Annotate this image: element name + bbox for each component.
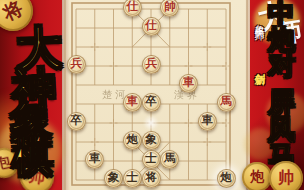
deco-piece-pao: 炮 — [242, 162, 272, 190]
last-move-marker — [143, 115, 159, 131]
piece-black-chariot[interactable]: 車 — [198, 112, 217, 131]
xiangqi-board[interactable]: 楚河 漢界 仕帥仕兵兵車車卒馬卒車炮象車士馬象士将炮 — [62, 0, 252, 190]
piece-black-advisor[interactable]: 士 — [142, 150, 161, 169]
right-banner: 大 师 象棋大师 创新 中 炮 对 屏 风 马 炮 帅 — [250, 0, 304, 190]
piece-black-cannon[interactable]: 炮 — [217, 169, 236, 188]
piece-black-horse[interactable]: 馬 — [160, 150, 179, 169]
piece-black-general[interactable]: 将 — [142, 169, 161, 188]
piece-red-advisor[interactable]: 仕 — [142, 17, 161, 36]
piece-black-elephant[interactable]: 象 — [142, 131, 161, 150]
left-title: 大 神 象 棋 — [0, 0, 62, 190]
right-title-char-5: 风 — [268, 116, 295, 143]
piece-red-advisor[interactable]: 仕 — [123, 0, 142, 17]
piece-black-soldier[interactable]: 卒 — [142, 93, 161, 112]
video-thumbnail: 楚河 漢界 仕帥仕兵兵車車卒馬卒車炮象車士馬象士将炮 将 包 帅 大 神 象 棋… — [0, 0, 304, 190]
piece-red-soldier[interactable]: 兵 — [67, 55, 86, 74]
piece-red-soldier[interactable]: 兵 — [142, 55, 161, 74]
left-title-char-4: 棋 — [12, 137, 54, 179]
right-title-char-4: 屏 — [268, 89, 295, 116]
left-banner: 将 包 帅 大 神 象 棋 — [0, 0, 62, 190]
piece-black-cannon[interactable]: 炮 — [123, 131, 142, 150]
piece-red-chariot[interactable]: 車 — [123, 93, 142, 112]
piece-black-chariot[interactable]: 車 — [85, 150, 104, 169]
deco-piece-pao-char: 炮 — [250, 168, 264, 186]
right-title-char-1: 中 — [268, 0, 295, 27]
piece-black-soldier[interactable]: 卒 — [67, 112, 86, 131]
piece-black-advisor[interactable]: 士 — [123, 169, 142, 188]
right-title-char-2: 炮 — [268, 26, 295, 53]
deco-piece-shuai-right-char: 帅 — [278, 168, 294, 189]
piece-red-horse[interactable]: 馬 — [217, 93, 236, 112]
deco-piece-shuai-right: 帅 — [269, 161, 303, 190]
right-title-char-3: 对 — [268, 52, 295, 79]
piece-red-general[interactable]: 帥 — [160, 0, 179, 17]
piece-black-elephant[interactable]: 象 — [104, 169, 123, 188]
piece-red-chariot[interactable]: 車 — [179, 74, 198, 93]
